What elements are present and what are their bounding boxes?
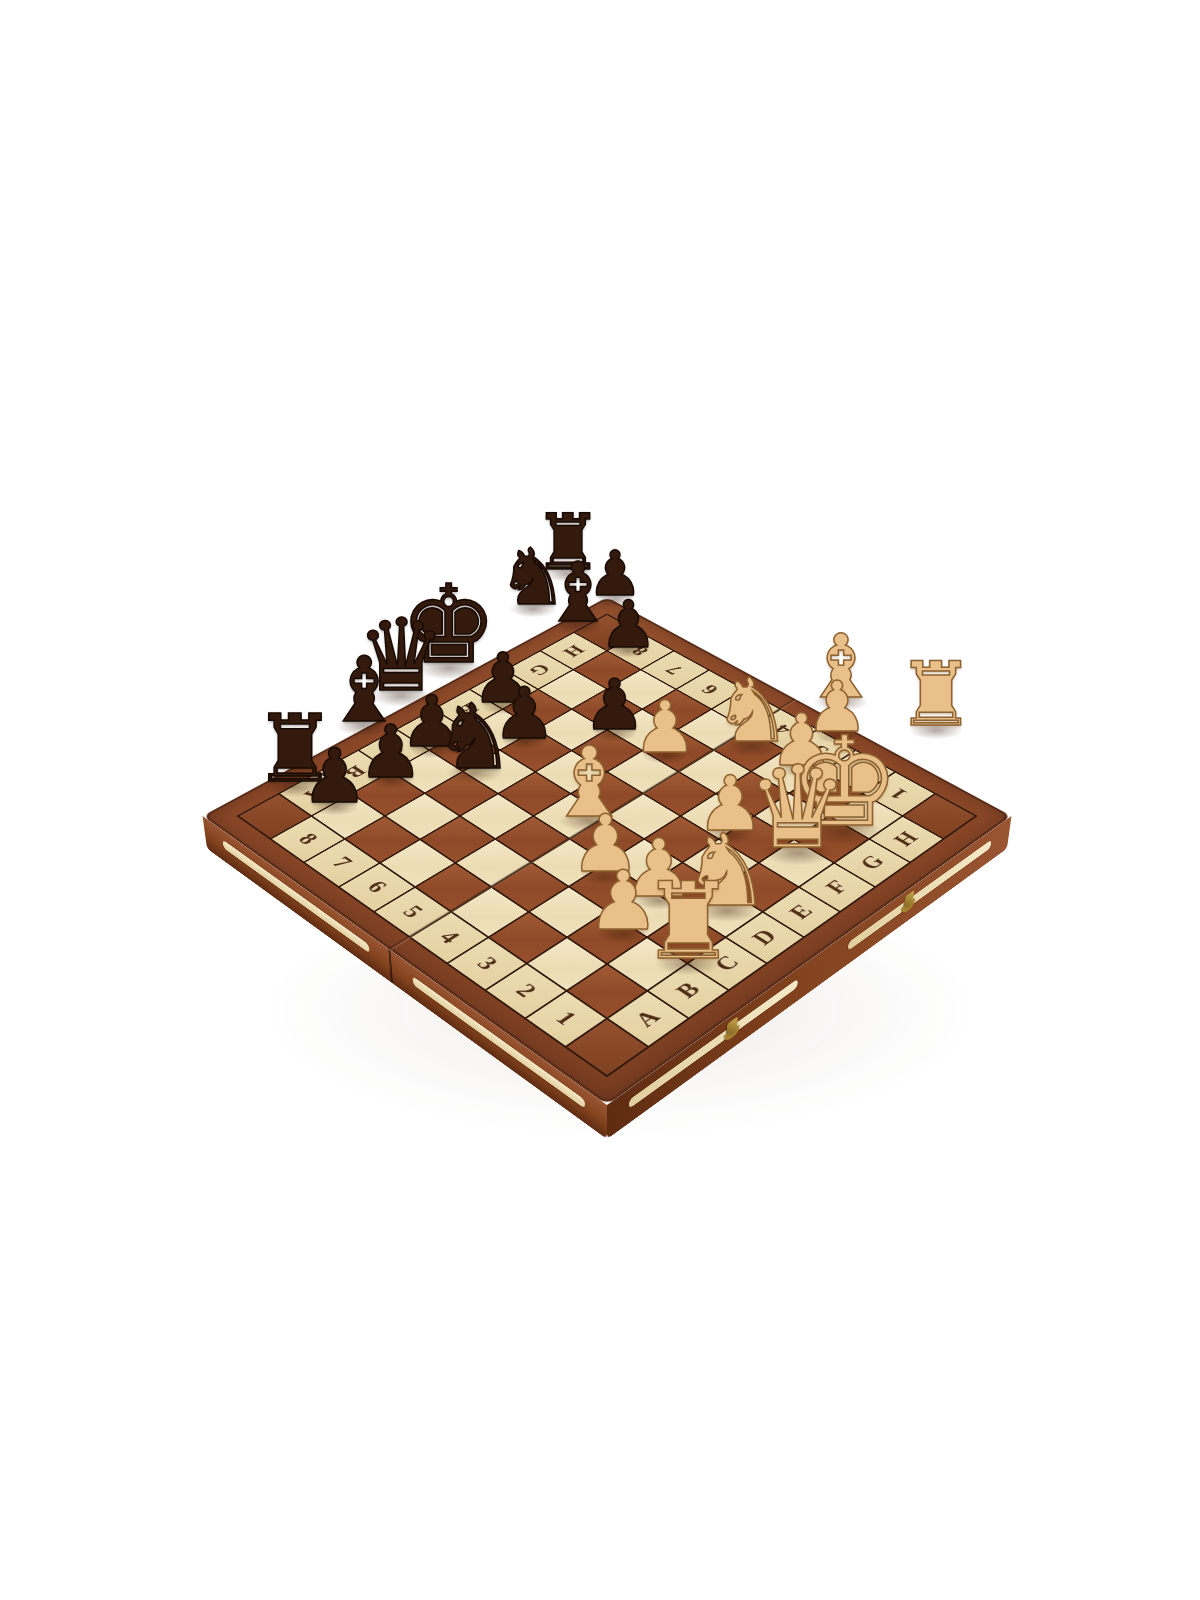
border-label-cell: 1: [526, 992, 605, 1046]
product-photo-stage: 87654321HHGGFFEEDDCCBBAA87654321 ♜♟♞♝♟♚♛…: [0, 0, 1200, 1600]
square-a1[interactable]: [568, 965, 646, 1018]
square-a5[interactable]: [417, 864, 491, 911]
brass-clasp-icon[interactable]: [901, 889, 916, 919]
piece-white-rook-h1[interactable]: ♜: [897, 651, 976, 739]
rank-label-front: 3: [449, 938, 526, 989]
piece-white-rook-a1[interactable]: ♜: [640, 869, 735, 975]
border-label-cell: 4: [411, 913, 487, 963]
fold-seam-side: [388, 949, 393, 984]
rank-label-front: 7: [305, 840, 378, 886]
brass-clasp-icon[interactable]: [724, 1015, 740, 1047]
border-label-cell: 3: [449, 938, 526, 989]
piece-black-pawn-a7[interactable]: ♟: [301, 739, 368, 814]
border-corner-cell: [567, 1019, 647, 1075]
rank-label-front: 5: [375, 888, 450, 937]
border-label-cell: E: [764, 888, 839, 937]
border-label-cell: 7: [305, 840, 378, 886]
piece-black-pawn-g6[interactable]: ♟: [599, 592, 657, 657]
border-label-cell: 5: [375, 888, 450, 937]
piece-black-knight-c6[interactable]: ♞: [434, 692, 515, 782]
square-a7[interactable]: [347, 817, 419, 862]
border-label-cell: 2: [487, 965, 565, 1018]
square-a4[interactable]: [453, 888, 528, 936]
square-b6[interactable]: [422, 817, 494, 862]
border-label-cell: 8: [272, 817, 344, 862]
square-b4[interactable]: [493, 864, 567, 911]
rank-label-front: 1: [526, 992, 605, 1046]
piece-white-pawn-e4[interactable]: ♟: [633, 691, 698, 763]
square-a6[interactable]: [381, 840, 454, 886]
rank-label-front: 4: [411, 913, 487, 963]
rank-label-front: 2: [487, 965, 565, 1018]
file-label-front: E: [764, 888, 839, 937]
border-label-cell: 6: [340, 864, 414, 911]
rank-label-front: 8: [272, 817, 344, 862]
rank-label-front: 6: [340, 864, 414, 911]
square-a3[interactable]: [490, 913, 566, 963]
border-label-cell: A: [609, 992, 688, 1046]
file-label-front: A: [609, 992, 688, 1046]
square-b5[interactable]: [457, 840, 530, 886]
pieces-layer: ♜♟♞♝♟♚♛♝♟♝♜♟♟♟♞♟♟♟♞♟♜♟♝♚♟♛♟♟♞♟♜: [0, 0, 1200, 1600]
